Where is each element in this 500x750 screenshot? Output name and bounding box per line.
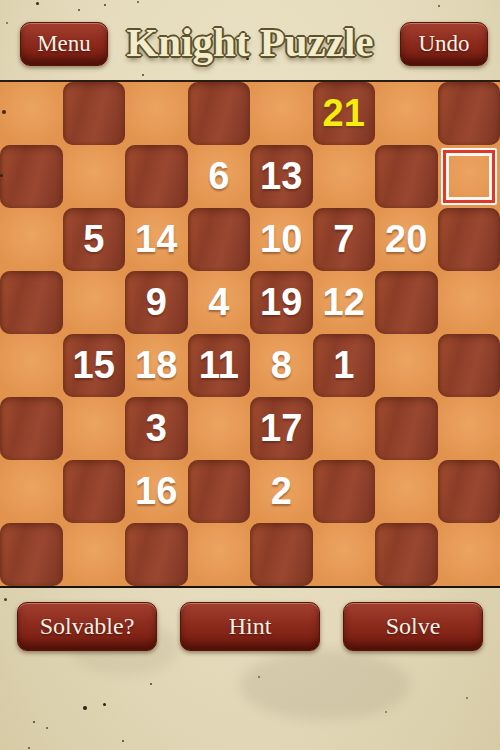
square-r3c7[interactable] — [438, 271, 500, 334]
ink-speck — [150, 683, 152, 685]
square-r0c7[interactable] — [438, 82, 500, 145]
ink-speck — [46, 727, 48, 729]
square-r7c2[interactable] — [125, 523, 188, 586]
footer: Solvable? Hint Solve — [0, 602, 500, 651]
square-r3c4[interactable]: 19 — [250, 271, 313, 334]
square-r2c5[interactable]: 7 — [313, 208, 376, 271]
move-number: 17 — [260, 407, 302, 450]
square-r1c2[interactable] — [125, 145, 188, 208]
ink-speck — [2, 110, 6, 114]
square-r5c5[interactable] — [313, 397, 376, 460]
square-r3c0[interactable] — [0, 271, 63, 334]
square-r1c4[interactable]: 13 — [250, 145, 313, 208]
square-r2c0[interactable] — [0, 208, 63, 271]
square-r2c2[interactable]: 14 — [125, 208, 188, 271]
move-number: 3 — [146, 407, 167, 450]
square-r4c0[interactable] — [0, 334, 63, 397]
square-r6c5[interactable] — [313, 460, 376, 523]
move-number: 13 — [260, 155, 302, 198]
move-number: 20 — [385, 218, 427, 261]
ink-speck — [0, 174, 3, 177]
square-r6c2[interactable]: 16 — [125, 460, 188, 523]
square-r2c3[interactable] — [188, 208, 251, 271]
square-r7c3[interactable] — [188, 523, 251, 586]
move-number: 15 — [73, 344, 115, 387]
undo-button[interactable]: Undo — [400, 22, 488, 66]
square-r4c7[interactable] — [438, 334, 500, 397]
move-number: 1 — [333, 344, 354, 387]
square-r3c2[interactable]: 9 — [125, 271, 188, 334]
square-r3c6[interactable] — [375, 271, 438, 334]
square-r6c6[interactable] — [375, 460, 438, 523]
header: Menu Knight Puzzle Undo — [0, 0, 500, 80]
ink-speck — [385, 711, 387, 713]
square-r5c0[interactable] — [0, 397, 63, 460]
solve-button[interactable]: Solve — [343, 602, 483, 651]
ink-speck — [33, 721, 35, 723]
square-r0c4[interactable] — [250, 82, 313, 145]
square-r6c4[interactable]: 2 — [250, 460, 313, 523]
square-r2c7[interactable] — [438, 208, 500, 271]
move-number: 19 — [260, 281, 302, 324]
move-number: 9 — [146, 281, 167, 324]
ink-speck — [83, 706, 87, 710]
square-r7c1[interactable] — [63, 523, 126, 586]
square-r4c6[interactable] — [375, 334, 438, 397]
move-number: 8 — [271, 344, 292, 387]
move-number: 14 — [135, 218, 177, 261]
move-number: 18 — [135, 344, 177, 387]
square-r1c3[interactable]: 6 — [188, 145, 251, 208]
move-number: 21 — [323, 92, 365, 135]
square-r0c3[interactable] — [188, 82, 251, 145]
square-r7c4[interactable] — [250, 523, 313, 586]
ink-speck — [258, 676, 260, 678]
square-r1c7[interactable] — [438, 145, 500, 208]
board: 216135141072094191215181181317162 — [0, 80, 500, 588]
move-number: 4 — [208, 281, 229, 324]
square-r1c6[interactable] — [375, 145, 438, 208]
highlighted-square-marker — [441, 148, 498, 205]
solvable-button[interactable]: Solvable? — [17, 602, 157, 651]
square-r5c2[interactable]: 3 — [125, 397, 188, 460]
square-r0c2[interactable] — [125, 82, 188, 145]
square-r5c4[interactable]: 17 — [250, 397, 313, 460]
square-r6c7[interactable] — [438, 460, 500, 523]
square-r2c6[interactable]: 20 — [375, 208, 438, 271]
move-number: 16 — [135, 470, 177, 513]
square-r0c6[interactable] — [375, 82, 438, 145]
parchment-stain — [240, 650, 410, 720]
move-number: 6 — [208, 155, 229, 198]
ink-speck — [103, 703, 106, 706]
app-screen: Menu Knight Puzzle Undo 2161351410720941… — [0, 0, 500, 750]
square-r5c3[interactable] — [188, 397, 251, 460]
ink-speck — [466, 697, 468, 699]
square-r7c7[interactable] — [438, 523, 500, 586]
move-number: 10 — [260, 218, 302, 261]
square-r2c1[interactable]: 5 — [63, 208, 126, 271]
move-number: 7 — [333, 218, 354, 261]
square-r1c5[interactable] — [313, 145, 376, 208]
square-r4c5[interactable]: 1 — [313, 334, 376, 397]
square-r6c0[interactable] — [0, 460, 63, 523]
square-r7c0[interactable] — [0, 523, 63, 586]
square-r7c6[interactable] — [375, 523, 438, 586]
square-r6c3[interactable] — [188, 460, 251, 523]
square-r1c0[interactable] — [0, 145, 63, 208]
ink-speck — [4, 598, 7, 601]
square-r4c1[interactable]: 15 — [63, 334, 126, 397]
hint-button[interactable]: Hint — [180, 602, 320, 651]
square-r5c1[interactable] — [63, 397, 126, 460]
ink-speck — [28, 747, 30, 749]
square-r3c5[interactable]: 12 — [313, 271, 376, 334]
square-r6c1[interactable] — [63, 460, 126, 523]
square-r4c4[interactable]: 8 — [250, 334, 313, 397]
square-r7c5[interactable] — [313, 523, 376, 586]
square-r3c3[interactable]: 4 — [188, 271, 251, 334]
square-r4c3[interactable]: 11 — [188, 334, 251, 397]
move-number: 5 — [83, 218, 104, 261]
square-r3c1[interactable] — [63, 271, 126, 334]
square-r4c2[interactable]: 18 — [125, 334, 188, 397]
ink-speck — [122, 740, 124, 742]
square-r2c4[interactable]: 10 — [250, 208, 313, 271]
move-number: 12 — [323, 281, 365, 324]
square-r0c5[interactable]: 21 — [313, 82, 376, 145]
square-r0c0[interactable] — [0, 82, 63, 145]
square-r5c6[interactable] — [375, 397, 438, 460]
square-r0c1[interactable] — [63, 82, 126, 145]
move-number: 11 — [199, 344, 239, 387]
square-r5c7[interactable] — [438, 397, 500, 460]
square-r1c1[interactable] — [63, 145, 126, 208]
move-number: 2 — [271, 470, 292, 513]
